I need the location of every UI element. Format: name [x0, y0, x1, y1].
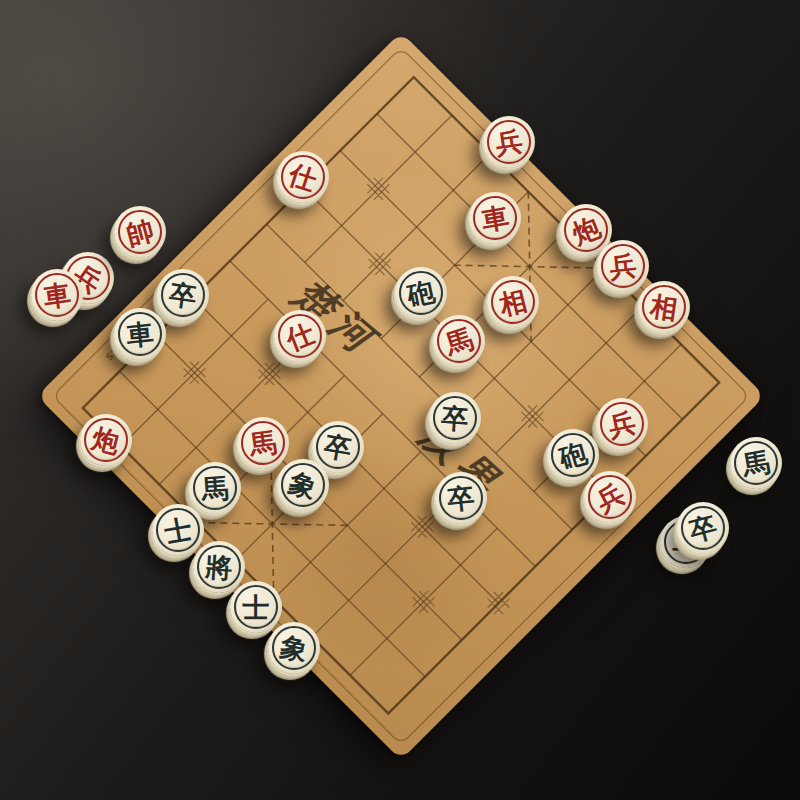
piece-black-horse[interactable]: 馬 — [730, 437, 782, 489]
piece-black-soldier[interactable]: 卒 — [435, 472, 487, 524]
piece-character: 卒 — [427, 390, 483, 446]
photo-scene: 楚河 汉界 SX◆50 兵車車卒兵仕帥車炮兵砲卒相相車仕馬卒兵炮馬卒砲馬象馬兵卒… — [0, 0, 800, 800]
piece-red-soldier[interactable]: 兵 — [483, 116, 535, 168]
piece-red-advisor[interactable]: 仕 — [277, 151, 329, 203]
pieces-layer: 兵車車卒兵仕帥車炮兵砲卒相相車仕馬卒兵炮馬卒砲馬象馬兵卒士將士象 — [0, 0, 800, 800]
piece-red-soldier[interactable]: 兵 — [596, 398, 648, 450]
piece-character: 帥 — [108, 200, 172, 264]
piece-black-cannon[interactable]: 砲 — [547, 429, 599, 481]
piece-black-soldier[interactable]: 卒 — [157, 269, 209, 321]
piece-character: 相 — [481, 270, 544, 333]
piece-character: 象 — [263, 617, 325, 679]
piece-character: 砲 — [390, 262, 452, 324]
piece-character: 馬 — [726, 433, 786, 493]
piece-red-cannon[interactable]: 炮 — [80, 414, 132, 466]
piece-red-advisor[interactable]: 仕 — [274, 310, 326, 362]
piece-character: 車 — [28, 266, 87, 325]
piece-character: 相 — [635, 278, 694, 337]
piece-red-horse[interactable]: 馬 — [433, 315, 485, 367]
piece-character: 卒 — [432, 469, 489, 526]
piece-character: 仕 — [270, 144, 336, 210]
piece-black-elephant[interactable]: 象 — [268, 622, 320, 674]
piece-character: 仕 — [266, 302, 334, 370]
piece-black-cannon[interactable]: 砲 — [395, 267, 447, 319]
piece-red-chariot[interactable]: 車 — [31, 269, 83, 321]
piece-black-chariot[interactable]: 車 — [114, 308, 166, 360]
piece-black-soldier[interactable]: 卒 — [429, 392, 481, 444]
piece-red-elephant[interactable]: 相 — [487, 276, 539, 328]
piece-character: 兵 — [480, 113, 539, 172]
piece-character: 馬 — [426, 308, 492, 374]
piece-red-soldier[interactable]: 兵 — [584, 471, 636, 523]
piece-character: 炮 — [74, 408, 137, 471]
piece-black-elephant[interactable]: 象 — [277, 459, 329, 511]
piece-red-elephant[interactable]: 相 — [638, 281, 690, 333]
piece-red-chariot[interactable]: 車 — [469, 192, 521, 244]
piece-red-horse[interactable]: 馬 — [237, 417, 289, 469]
piece-character: 兵 — [591, 393, 653, 455]
piece-red-general[interactable]: 帥 — [114, 206, 166, 258]
piece-character: 車 — [465, 188, 525, 248]
piece-black-soldier[interactable]: 卒 — [677, 502, 729, 554]
piece-character: 車 — [111, 305, 168, 362]
